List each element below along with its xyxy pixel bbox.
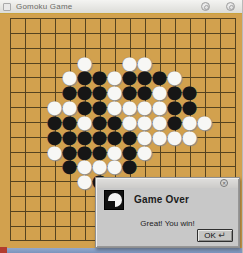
close-button[interactable] — [226, 2, 235, 11]
title-bar: Gomoku Game — [0, 0, 242, 14]
dialog-message: Great! You win! — [96, 219, 239, 228]
enter-key-icon: ↵ — [218, 230, 226, 240]
grid-line-h — [10, 137, 235, 138]
ok-button[interactable]: OK ↵ — [197, 229, 233, 242]
dialog-title-strip — [97, 179, 238, 188]
grid-line-v — [10, 18, 11, 240]
grid-line-h — [10, 107, 235, 108]
window-bottom-border — [0, 248, 242, 253]
grid-line-h — [10, 166, 235, 167]
grid-line-h — [10, 48, 235, 49]
window-corner-marker — [0, 247, 7, 253]
grid-line-h — [10, 77, 235, 78]
grid-line-h — [10, 18, 235, 19]
grid-line-h — [10, 152, 235, 153]
dialog-header: Game Over — [104, 190, 235, 212]
minimize-button[interactable] — [201, 2, 210, 11]
grid-line-v — [55, 18, 56, 240]
gomoku-window: Gomoku Game ●●●●●●●●●●●●●●●●●●●●●●●●●●●●… — [0, 0, 243, 253]
window-title: Gomoku Game — [16, 2, 72, 11]
game-over-dialog: ✕ Game Over Great! You win! OK ↵ — [95, 177, 240, 248]
grid-line-h — [10, 122, 235, 123]
grid-line-v — [25, 18, 26, 240]
grid-line-h — [10, 33, 235, 34]
grid-line-v — [40, 18, 41, 240]
dialog-close-icon[interactable]: ✕ — [220, 179, 228, 187]
app-icon — [3, 3, 11, 11]
dialog-title: Game Over — [134, 194, 189, 205]
grid-line-v — [70, 18, 71, 240]
grid-line-v — [85, 18, 86, 240]
grid-line-h — [10, 92, 235, 93]
ok-label: OK — [204, 231, 216, 240]
grid-line-h — [10, 63, 235, 64]
game-over-icon — [104, 190, 124, 210]
